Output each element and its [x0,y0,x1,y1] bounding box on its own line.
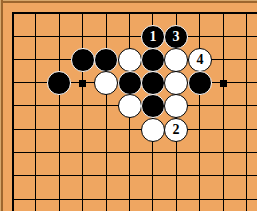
stone-black-move-3: 3 [164,25,188,49]
stone-black [71,48,95,72]
go-board-diagram: 1324 [0,0,257,211]
grid-line-vertical [35,12,36,211]
stone-black [141,48,165,72]
stone-black [141,71,165,95]
stone-white [164,48,188,72]
grid-line-vertical [246,12,247,211]
stone-black [47,71,71,95]
grid-line-vertical [106,12,107,211]
move-number-label: 4 [197,53,204,67]
stone-white [94,71,118,95]
stone-black [94,48,118,72]
stone-white [141,118,165,142]
board-frame-left-edge [0,0,3,211]
grid-line-vertical [82,12,83,211]
hoshi-star-point [79,80,86,87]
move-number-label: 3 [173,30,180,44]
stone-white [164,94,188,118]
move-number-label: 2 [173,123,180,137]
stone-white-move-4: 4 [188,48,212,72]
stone-black [118,71,142,95]
grid-line-horizontal [12,199,257,200]
stone-black [188,71,212,95]
grid-line-horizontal [12,175,257,176]
stone-white [118,48,142,72]
grid-line-vertical [223,12,224,211]
board-frame-top-edge [0,0,257,3]
grid-line-vertical [59,12,60,211]
grid-line-horizontal [12,152,257,153]
hoshi-star-point [220,80,227,87]
stone-black [141,94,165,118]
go-board: 1324 [0,0,257,211]
move-number-label: 1 [150,30,157,44]
stone-white [118,94,142,118]
grid-line-horizontal [12,12,257,14]
stone-white [164,71,188,95]
stone-black-move-1: 1 [141,25,165,49]
grid-line-vertical [12,12,14,211]
stone-white-move-2: 2 [164,118,188,142]
grid-line-vertical [199,12,200,211]
grid-line-horizontal [12,36,257,37]
grid-line-horizontal [12,129,257,130]
